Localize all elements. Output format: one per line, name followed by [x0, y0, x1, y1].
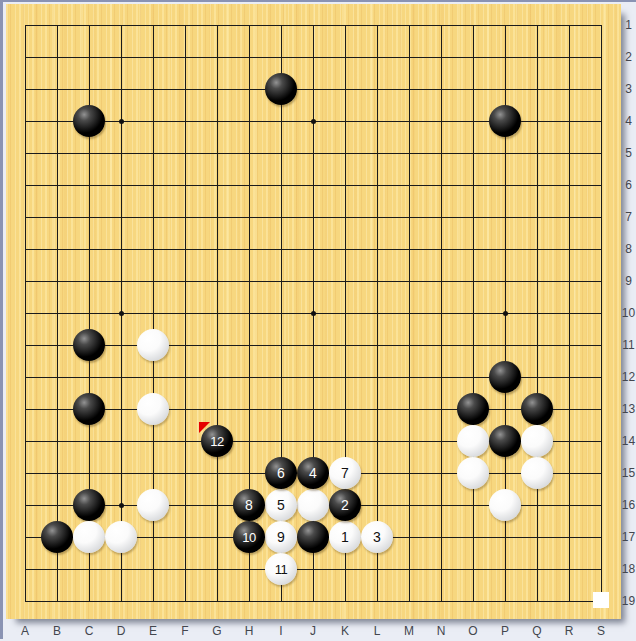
column-label-L: L — [367, 624, 387, 638]
stone-white-I16[interactable]: 5 — [265, 489, 297, 521]
move-number: 9 — [277, 530, 285, 544]
column-label-N: N — [431, 624, 451, 638]
column-label-D: D — [111, 624, 131, 638]
stone-black-P4[interactable] — [489, 105, 521, 137]
star-point-D16 — [119, 503, 124, 508]
row-label-16: 16 — [619, 498, 636, 512]
stone-white-Q15[interactable] — [521, 457, 553, 489]
column-label-B: B — [47, 624, 67, 638]
row-label-13: 13 — [619, 402, 636, 416]
column-label-A: A — [15, 624, 35, 638]
stone-white-Q14[interactable] — [521, 425, 553, 457]
move-number: 12 — [210, 435, 223, 448]
column-label-R: R — [559, 624, 579, 638]
stone-white-E16[interactable] — [137, 489, 169, 521]
stone-white-K17[interactable]: 1 — [329, 521, 361, 553]
move-number: 6 — [277, 466, 285, 480]
column-label-E: E — [143, 624, 163, 638]
row-label-4: 4 — [619, 114, 636, 128]
stone-white-I18[interactable]: 11 — [265, 553, 297, 585]
move-number: 8 — [245, 498, 253, 512]
star-point-J10 — [311, 311, 316, 316]
column-label-S: S — [591, 624, 611, 638]
stone-black-P12[interactable] — [489, 361, 521, 393]
stone-white-J16[interactable] — [297, 489, 329, 521]
column-label-C: C — [79, 624, 99, 638]
row-label-15: 15 — [619, 466, 636, 480]
stone-black-I15[interactable]: 6 — [265, 457, 297, 489]
last-move-triangle-marker — [199, 422, 210, 433]
move-number: 2 — [341, 498, 349, 512]
stone-white-E11[interactable] — [137, 329, 169, 361]
row-label-17: 17 — [619, 530, 636, 544]
star-point-D4 — [119, 119, 124, 124]
stone-black-C4[interactable] — [73, 105, 105, 137]
star-point-D10 — [119, 311, 124, 316]
stone-black-J15[interactable]: 4 — [297, 457, 329, 489]
panel-border-left — [0, 0, 3, 639]
row-label-1: 1 — [619, 18, 636, 32]
stone-black-K16[interactable]: 2 — [329, 489, 361, 521]
column-label-O: O — [463, 624, 483, 638]
stone-white-O14[interactable] — [457, 425, 489, 457]
row-label-3: 3 — [619, 82, 636, 96]
stone-white-K15[interactable]: 7 — [329, 457, 361, 489]
row-label-6: 6 — [619, 178, 636, 192]
row-label-9: 9 — [619, 274, 636, 288]
column-label-H: H — [239, 624, 259, 638]
star-point-P10 — [503, 311, 508, 316]
stone-white-E13[interactable] — [137, 393, 169, 425]
move-number: 1 — [341, 530, 349, 544]
stone-white-L17[interactable]: 3 — [361, 521, 393, 553]
stone-black-H17[interactable]: 10 — [233, 521, 265, 553]
move-number: 5 — [277, 498, 285, 512]
row-label-5: 5 — [619, 146, 636, 160]
stone-black-Q13[interactable] — [521, 393, 553, 425]
move-number: 7 — [341, 466, 349, 480]
move-number: 3 — [373, 530, 381, 544]
column-label-P: P — [495, 624, 515, 638]
row-label-10: 10 — [619, 306, 636, 320]
move-number: 4 — [309, 466, 317, 480]
stone-white-D17[interactable] — [105, 521, 137, 553]
stone-black-C16[interactable] — [73, 489, 105, 521]
row-label-11: 11 — [619, 338, 636, 352]
stone-black-O13[interactable] — [457, 393, 489, 425]
move-number: 10 — [242, 531, 255, 544]
star-point-J4 — [311, 119, 316, 124]
stone-white-O15[interactable] — [457, 457, 489, 489]
go-board-window: 123456789101112ABCDEFGHIJKLMNOPQRS123456… — [0, 0, 636, 641]
column-label-J: J — [303, 624, 323, 638]
panel-border-top — [0, 0, 636, 2]
column-label-F: F — [175, 624, 195, 638]
column-label-G: G — [207, 624, 227, 638]
stone-white-I17[interactable]: 9 — [265, 521, 297, 553]
row-label-18: 18 — [619, 562, 636, 576]
row-label-7: 7 — [619, 210, 636, 224]
stone-black-P14[interactable] — [489, 425, 521, 457]
stone-black-C13[interactable] — [73, 393, 105, 425]
stone-white-P16[interactable] — [489, 489, 521, 521]
row-label-19: 19 — [619, 594, 636, 608]
column-label-K: K — [335, 624, 355, 638]
column-label-Q: Q — [527, 624, 547, 638]
column-label-I: I — [271, 624, 291, 638]
stone-black-I3[interactable] — [265, 73, 297, 105]
stone-black-H16[interactable]: 8 — [233, 489, 265, 521]
stone-black-B17[interactable] — [41, 521, 73, 553]
row-label-14: 14 — [619, 434, 636, 448]
stone-white-C17[interactable] — [73, 521, 105, 553]
square-marker-S19 — [593, 592, 609, 608]
column-label-M: M — [399, 624, 419, 638]
move-number: 11 — [275, 563, 288, 576]
row-label-2: 2 — [619, 50, 636, 64]
row-label-12: 12 — [619, 370, 636, 384]
stone-black-C11[interactable] — [73, 329, 105, 361]
stone-black-J17[interactable] — [297, 521, 329, 553]
row-label-8: 8 — [619, 242, 636, 256]
